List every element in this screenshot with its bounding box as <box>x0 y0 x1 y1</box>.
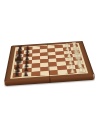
rank-label-3: 3 <box>9 66 11 68</box>
square-h5 <box>39 71 48 76</box>
square-h7: ♟ <box>21 72 30 77</box>
rank-label-7: 7 <box>12 52 14 53</box>
square-e3 <box>56 58 65 62</box>
square-e7: ♟ <box>22 60 31 64</box>
clasp-latch-icon <box>93 74 95 78</box>
rank-label-5: 5 <box>11 59 13 60</box>
rank-label-6: 6 <box>11 56 13 57</box>
product-photo: ♜♟♟♜♞♟♟♞♝♟♟♝♛♟♟♛♚♟♟♚♝♟♟♝♞♟♟♞♜♟♟♜ abcdefg… <box>0 0 95 126</box>
rank-label-4: 4 <box>10 63 12 64</box>
front-edge-seam <box>49 78 50 83</box>
square-h3 <box>57 69 67 74</box>
chessboard: ♜♟♟♜♞♟♟♞♝♟♟♝♛♟♟♛♚♟♟♚♝♟♟♝♞♟♟♞♜♟♟♜ abcdefg… <box>5 16 90 101</box>
square-h8: ♜ <box>12 73 22 78</box>
rank-label-8: 8 <box>12 49 14 50</box>
square-h2: ♟ <box>66 69 76 74</box>
square-g2: ♟ <box>65 65 75 70</box>
square-h1: ♜ <box>75 68 85 73</box>
square-h6 <box>30 71 39 76</box>
rank-label-2: 2 <box>8 71 10 73</box>
rank-label-1: 1 <box>8 75 10 77</box>
